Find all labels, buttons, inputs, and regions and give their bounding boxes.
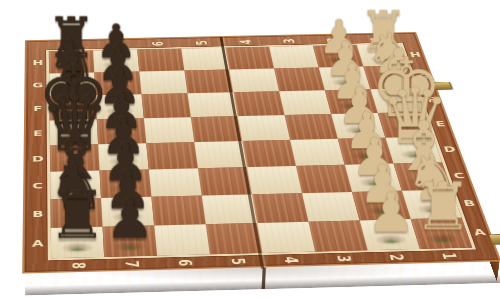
- square-g6: [139, 70, 187, 94]
- square-f3: [279, 90, 331, 115]
- square-e4: [238, 115, 290, 141]
- square-b6: [151, 196, 205, 226]
- square-d5: [194, 141, 247, 168]
- piece-black-rook: ♜: [48, 182, 107, 248]
- square-c3: [296, 165, 352, 193]
- square-a3: [308, 220, 367, 251]
- square-g5: [184, 69, 233, 93]
- square-c4: [247, 166, 302, 194]
- square-c6: [149, 168, 202, 197]
- far-rank-label-5: 5: [190, 32, 215, 54]
- piece-white-pawn: ♟: [367, 185, 416, 239]
- far-rank-label-4: 4: [233, 31, 259, 53]
- square-a7: ♟: [103, 226, 158, 258]
- square-b4: [252, 193, 309, 223]
- playing-area: ♜♟♟♜♞♟♟♞♝♟♟♝♚♟♟♚♛♟♟♛♝♟♟♝♞♟♟♞♜♟♟♜: [49, 44, 472, 258]
- fold-seam-front: [262, 266, 266, 289]
- square-a1: ♜: [411, 218, 472, 249]
- perspective-wrapper: 87654321 87654321 HGFEDCBA HGFEDCBA ♜♟♟♜…: [0, 0, 500, 298]
- square-f4: [233, 91, 284, 116]
- square-d6: [146, 142, 198, 169]
- square-e3: [284, 114, 337, 140]
- square-b3: [302, 192, 360, 222]
- chess-set-photo: 87654321 87654321 HGFEDCBA HGFEDCBA ♜♟♟♜…: [0, 0, 500, 298]
- square-g4: [229, 69, 279, 93]
- square-a8: ♜: [51, 227, 104, 259]
- square-a4: [257, 222, 315, 253]
- far-rank-label-3: 3: [276, 30, 303, 52]
- square-d3: [290, 139, 345, 166]
- square-f6: [142, 93, 191, 118]
- chess-board: 87654321 87654321 HGFEDCBA HGFEDCBA ♜♟♟♜…: [22, 32, 500, 273]
- square-g3: [274, 68, 325, 92]
- square-a2: ♟: [360, 219, 420, 250]
- far-rank-label-7: 7: [103, 34, 127, 56]
- square-a6: [154, 224, 210, 255]
- far-rank-label-6: 6: [146, 33, 170, 55]
- square-e6: [144, 117, 194, 143]
- far-rank-label-8: 8: [60, 35, 83, 57]
- piece-white-rook: ♜: [414, 173, 473, 238]
- piece-black-pawn: ♟: [105, 192, 154, 247]
- square-d4: [242, 140, 296, 167]
